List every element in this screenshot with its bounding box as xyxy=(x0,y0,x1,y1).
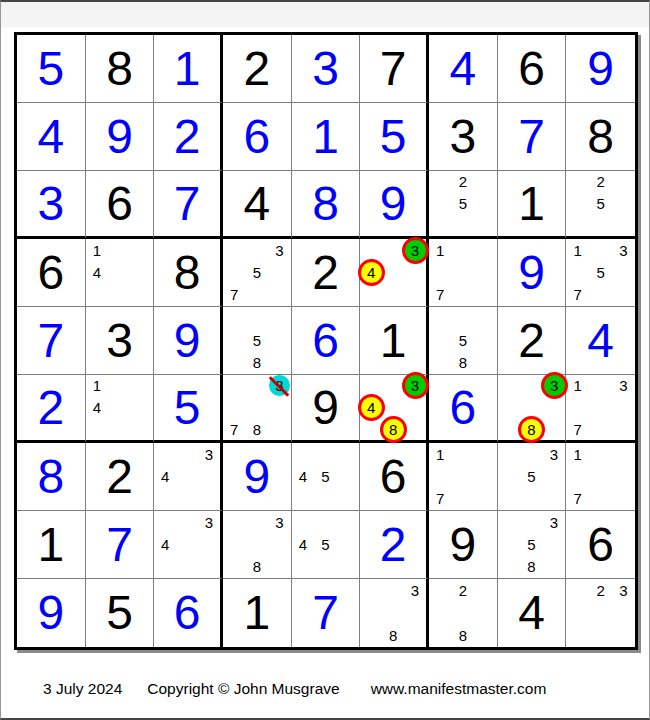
cell-value: 8 xyxy=(17,443,85,510)
window-topbar xyxy=(1,2,649,28)
candidate-5: 5 xyxy=(246,329,269,351)
highlight-yellow-circle: 4 xyxy=(358,259,385,286)
candidate-3: 3 xyxy=(268,511,291,533)
cell-value: 6 xyxy=(17,239,85,306)
candidate-7: 7 xyxy=(566,284,589,306)
cell-r6c2[interactable]: 14 xyxy=(86,375,155,443)
cell-r9c5[interactable]: 7 xyxy=(292,579,361,647)
candidate-1: 1 xyxy=(429,443,452,465)
cell-r2c1[interactable]: 4 xyxy=(17,103,86,171)
candidate-3: 3 xyxy=(543,443,566,465)
candidate-2: 2 xyxy=(589,579,612,602)
candidate-5: 5 xyxy=(520,533,543,555)
cell-r8c9[interactable]: 6 xyxy=(566,511,635,579)
cell-r1c2[interactable]: 8 xyxy=(86,35,155,103)
candidate-8: 8 xyxy=(246,352,269,374)
cell-r4c4[interactable]: 357 xyxy=(223,239,292,307)
cell-r4c3[interactable]: 8 xyxy=(154,239,223,307)
cell-value: 1 xyxy=(223,579,291,647)
cell-r4c2[interactable]: 14 xyxy=(86,239,155,307)
cell-value: 7 xyxy=(154,171,220,236)
cell-value: 2 xyxy=(360,511,426,578)
cell-r3c7[interactable]: 25 xyxy=(429,171,498,239)
candidate-8: 8 xyxy=(382,418,404,440)
candidate-3: 3 xyxy=(198,443,220,465)
cell-r5c9[interactable]: 4 xyxy=(566,307,635,375)
cell-r5c5[interactable]: 6 xyxy=(292,307,361,375)
cell-value: 7 xyxy=(292,579,360,647)
cell-r8c5[interactable]: 45 xyxy=(292,511,361,579)
candidate-5: 5 xyxy=(314,465,337,487)
cell-value: 8 xyxy=(566,103,635,170)
candidate-4: 4 xyxy=(154,533,176,555)
cell-r8c2[interactable]: 7 xyxy=(86,511,155,579)
cell-value: 4 xyxy=(566,307,635,374)
cell-r2c3[interactable]: 2 xyxy=(154,103,223,171)
candidate-1: 1 xyxy=(566,239,589,261)
candidate-1: 1 xyxy=(566,443,589,465)
candidate-4: 4 xyxy=(360,397,382,419)
cell-value: 5 xyxy=(17,35,85,102)
cell-value: 7 xyxy=(17,307,85,374)
cell-value: 2 xyxy=(154,103,220,170)
cell-r8c8[interactable]: 358 xyxy=(498,511,567,579)
candidate-7: 7 xyxy=(429,284,452,306)
cell-value: 6 xyxy=(360,443,426,510)
cell-value: 8 xyxy=(292,171,360,236)
cell-value: 9 xyxy=(360,171,426,236)
cell-value: 2 xyxy=(86,443,154,510)
cell-r6c4[interactable]: 378 xyxy=(223,375,292,443)
cell-value: 6 xyxy=(566,511,635,578)
cell-r5c2[interactable]: 3 xyxy=(86,307,155,375)
cell-value: 2 xyxy=(498,307,566,374)
cell-r7c4[interactable]: 9 xyxy=(223,443,292,511)
cell-r1c4[interactable]: 2 xyxy=(223,35,292,103)
cell-r9c3[interactable]: 6 xyxy=(154,579,223,647)
cell-value: 7 xyxy=(360,35,426,102)
cell-r1c3[interactable]: 1 xyxy=(154,35,223,103)
cell-value: 1 xyxy=(292,103,360,170)
candidate-1: 1 xyxy=(566,375,589,397)
cell-value: 4 xyxy=(498,579,566,647)
candidate-3: 3 xyxy=(404,579,426,602)
cell-value: 5 xyxy=(360,103,426,170)
cell-value: 3 xyxy=(292,35,360,102)
cell-value: 6 xyxy=(429,375,497,440)
footer: 3 July 2024Copyright © John Musgravewww.… xyxy=(43,680,546,698)
highlight-green-circle: 3 xyxy=(402,237,429,264)
cell-r3c8[interactable]: 1 xyxy=(498,171,567,239)
highlight-green-circle: 3 xyxy=(402,372,429,399)
candidate-3: 3 xyxy=(543,375,566,397)
cell-value: 9 xyxy=(17,579,85,647)
candidate-3: 3 xyxy=(612,375,635,397)
cell-r5c4[interactable]: 58 xyxy=(223,307,292,375)
cell-value: 3 xyxy=(86,307,154,374)
cell-value: 6 xyxy=(154,579,220,647)
highlight-yellow-circle: 8 xyxy=(518,416,545,443)
candidate-8: 8 xyxy=(452,624,475,647)
candidate-5: 5 xyxy=(452,329,475,351)
candidate-3: 3 xyxy=(404,239,426,261)
cell-value: 6 xyxy=(498,35,566,102)
candidate-5: 5 xyxy=(520,465,543,487)
sudoku-board: 5812374694926153783674892512561483572341… xyxy=(14,32,638,650)
candidate-8: 8 xyxy=(246,556,269,578)
cell-value: 6 xyxy=(292,307,360,374)
cell-r6c6[interactable]: 348 xyxy=(360,375,429,443)
candidate-5: 5 xyxy=(314,533,337,555)
candidate-5: 5 xyxy=(452,193,475,215)
cell-r8c1[interactable]: 1 xyxy=(17,511,86,579)
cell-r9c1[interactable]: 9 xyxy=(17,579,86,647)
highlight-yellow-circle: 4 xyxy=(358,394,385,421)
footer-date: 3 July 2024 xyxy=(43,680,122,697)
cell-r7c7[interactable]: 17 xyxy=(429,443,498,511)
cell-r9c7[interactable]: 28 xyxy=(429,579,498,647)
candidate-3: 3 xyxy=(543,511,566,533)
cell-r5c7[interactable]: 58 xyxy=(429,307,498,375)
cell-r4c9[interactable]: 1357 xyxy=(566,239,635,307)
candidate-4: 4 xyxy=(86,397,109,419)
cell-r5c8[interactable]: 2 xyxy=(498,307,567,375)
cell-value: 1 xyxy=(17,511,85,578)
cell-value: 8 xyxy=(154,239,220,306)
cell-r9c9[interactable]: 23 xyxy=(566,579,635,647)
cell-r9c6[interactable]: 38 xyxy=(360,579,429,647)
cell-r1c9[interactable]: 9 xyxy=(566,35,635,103)
cell-r6c7[interactable]: 6 xyxy=(429,375,498,443)
cell-r1c6[interactable]: 7 xyxy=(360,35,429,103)
candidate-3: 3 xyxy=(268,375,291,397)
cell-r2c4[interactable]: 6 xyxy=(223,103,292,171)
candidate-2: 2 xyxy=(589,171,612,193)
cell-value: 6 xyxy=(86,171,154,236)
cell-value: 5 xyxy=(86,579,154,647)
cell-r4c7[interactable]: 17 xyxy=(429,239,498,307)
candidate-5: 5 xyxy=(589,193,612,215)
cell-value: 9 xyxy=(429,511,497,578)
cell-value: 9 xyxy=(223,443,291,510)
cell-r1c7[interactable]: 4 xyxy=(429,35,498,103)
cell-r8c4[interactable]: 38 xyxy=(223,511,292,579)
candidate-1: 1 xyxy=(86,375,109,397)
cell-r4c8[interactable]: 9 xyxy=(498,239,567,307)
candidate-2: 2 xyxy=(452,579,475,602)
candidate-4: 4 xyxy=(154,465,176,487)
cell-r4c6[interactable]: 34 xyxy=(360,239,429,307)
highlight-green-circle: 3 xyxy=(541,372,568,399)
cell-value: 3 xyxy=(429,103,497,170)
cell-r2c2[interactable]: 9 xyxy=(86,103,155,171)
candidate-7: 7 xyxy=(223,418,246,440)
cell-r5c6[interactable]: 1 xyxy=(360,307,429,375)
cell-r3c9[interactable]: 25 xyxy=(566,171,635,239)
candidate-3: 3 xyxy=(612,239,635,261)
footer-copyright: Copyright © John Musgrave xyxy=(147,680,339,697)
candidate-8: 8 xyxy=(452,352,475,374)
candidate-5: 5 xyxy=(589,261,612,283)
cell-r7c2[interactable]: 2 xyxy=(86,443,155,511)
candidate-7: 7 xyxy=(223,284,246,306)
footer-website-link[interactable]: www.manifestmaster.com xyxy=(371,680,547,697)
cell-r2c9[interactable]: 8 xyxy=(566,103,635,171)
cell-r7c8[interactable]: 35 xyxy=(498,443,567,511)
cell-value: 5 xyxy=(154,375,220,440)
cell-r2c5[interactable]: 1 xyxy=(292,103,361,171)
cell-r8c6[interactable]: 2 xyxy=(360,511,429,579)
candidate-3: 3 xyxy=(198,511,220,533)
cell-value: 2 xyxy=(223,35,291,102)
cell-r9c8[interactable]: 4 xyxy=(498,579,567,647)
cell-r9c2[interactable]: 5 xyxy=(86,579,155,647)
cell-r2c6[interactable]: 5 xyxy=(360,103,429,171)
highlight-cyan-circle: 3 xyxy=(269,375,290,396)
candidate-8: 8 xyxy=(520,556,543,578)
candidate-3: 3 xyxy=(268,239,291,261)
cell-r6c1[interactable]: 2 xyxy=(17,375,86,443)
highlight-yellow-circle: 8 xyxy=(380,416,407,443)
candidate-8: 8 xyxy=(246,418,269,440)
cell-r5c3[interactable]: 9 xyxy=(154,307,223,375)
cell-r3c1[interactable]: 3 xyxy=(17,171,86,239)
candidate-1: 1 xyxy=(86,239,109,261)
candidate-4: 4 xyxy=(292,533,315,555)
candidate-8: 8 xyxy=(382,624,404,647)
cell-r1c5[interactable]: 3 xyxy=(292,35,361,103)
cell-value: 4 xyxy=(223,171,291,236)
cell-value: 2 xyxy=(17,375,85,440)
cell-r6c3[interactable]: 5 xyxy=(154,375,223,443)
cell-r7c6[interactable]: 6 xyxy=(360,443,429,511)
cell-value: 9 xyxy=(86,103,154,170)
cell-value: 3 xyxy=(17,171,85,236)
candidate-8: 8 xyxy=(520,418,543,440)
candidate-3: 3 xyxy=(612,579,635,602)
cell-value: 9 xyxy=(566,35,635,102)
cell-r8c7[interactable]: 9 xyxy=(429,511,498,579)
cell-value: 1 xyxy=(498,171,566,236)
candidate-3: 3 xyxy=(404,375,426,397)
cell-value: 1 xyxy=(360,307,426,374)
cell-value: 7 xyxy=(86,511,154,578)
candidate-5: 5 xyxy=(246,261,269,283)
cell-value: 9 xyxy=(498,239,566,306)
cell-r9c4[interactable]: 1 xyxy=(223,579,292,647)
candidate-4: 4 xyxy=(292,465,315,487)
cell-value: 1 xyxy=(154,35,220,102)
candidate-7: 7 xyxy=(566,488,589,510)
cell-r2c7[interactable]: 3 xyxy=(429,103,498,171)
candidate-4: 4 xyxy=(360,261,382,283)
cell-r6c5[interactable]: 9 xyxy=(292,375,361,443)
candidate-2: 2 xyxy=(452,171,475,193)
cell-r3c3[interactable]: 7 xyxy=(154,171,223,239)
cell-r7c9[interactable]: 17 xyxy=(566,443,635,511)
cell-r3c5[interactable]: 8 xyxy=(292,171,361,239)
cell-r7c5[interactable]: 45 xyxy=(292,443,361,511)
cell-r7c1[interactable]: 8 xyxy=(17,443,86,511)
cell-r3c4[interactable]: 4 xyxy=(223,171,292,239)
candidate-4: 4 xyxy=(86,261,109,283)
cell-r2c8[interactable]: 7 xyxy=(498,103,567,171)
cell-r4c1[interactable]: 6 xyxy=(17,239,86,307)
cell-value: 2 xyxy=(292,239,360,306)
candidate-7: 7 xyxy=(429,488,452,510)
cell-r5c1[interactable]: 7 xyxy=(17,307,86,375)
cell-r3c6[interactable]: 9 xyxy=(360,171,429,239)
cell-r6c8[interactable]: 38 xyxy=(498,375,567,443)
window-frame: 5812374694926153783674892512561483572341… xyxy=(0,0,650,720)
cell-value: 7 xyxy=(498,103,566,170)
cell-r1c1[interactable]: 5 xyxy=(17,35,86,103)
candidate-1: 1 xyxy=(429,239,452,261)
cell-value: 4 xyxy=(429,35,497,102)
cell-value: 6 xyxy=(223,103,291,170)
candidate-7: 7 xyxy=(566,418,589,440)
cell-r1c8[interactable]: 6 xyxy=(498,35,567,103)
cell-r7c3[interactable]: 34 xyxy=(154,443,223,511)
cell-r4c5[interactable]: 2 xyxy=(292,239,361,307)
cell-r3c2[interactable]: 6 xyxy=(86,171,155,239)
cell-value: 4 xyxy=(17,103,85,170)
cell-r6c9[interactable]: 137 xyxy=(566,375,635,443)
cell-value: 9 xyxy=(154,307,220,374)
cell-value: 9 xyxy=(292,375,360,440)
cell-r8c3[interactable]: 34 xyxy=(154,511,223,579)
cell-value: 8 xyxy=(86,35,154,102)
